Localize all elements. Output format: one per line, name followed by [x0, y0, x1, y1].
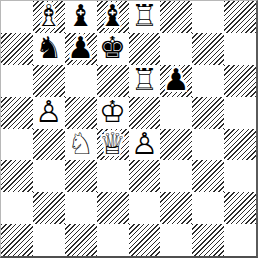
- square-h4[interactable]: [224, 129, 256, 161]
- piece-glyph: ♖: [129, 1, 161, 33]
- square-c5[interactable]: [65, 97, 97, 129]
- piece-glyph: ♗: [33, 1, 65, 33]
- square-e4[interactable]: ♟♙: [129, 129, 161, 161]
- square-e1[interactable]: [129, 224, 161, 256]
- square-a3[interactable]: [1, 160, 33, 192]
- square-e5[interactable]: [129, 97, 161, 129]
- piece-glyph: ♞: [33, 33, 65, 65]
- square-c6[interactable]: [65, 65, 97, 97]
- square-a1[interactable]: [1, 224, 33, 256]
- piece-glyph: ♙: [129, 129, 161, 161]
- square-c2[interactable]: [65, 192, 97, 224]
- black-king-d7[interactable]: ♚♚: [97, 33, 129, 65]
- square-e2[interactable]: [129, 192, 161, 224]
- white-queen-d4[interactable]: ♛♕: [97, 129, 129, 161]
- square-b4[interactable]: [33, 129, 65, 161]
- white-pawn-e4[interactable]: ♟♙: [129, 129, 161, 161]
- square-f1[interactable]: [160, 224, 192, 256]
- square-g7[interactable]: [192, 33, 224, 65]
- square-b3[interactable]: [33, 160, 65, 192]
- square-e7[interactable]: [129, 33, 161, 65]
- black-pawn-f6[interactable]: ♟♟: [160, 65, 192, 97]
- square-b5[interactable]: ♟♙: [33, 97, 65, 129]
- square-g2[interactable]: [192, 192, 224, 224]
- square-d5[interactable]: ♚♔: [97, 97, 129, 129]
- square-e8[interactable]: ♜♖: [129, 1, 161, 33]
- square-c4[interactable]: ♞♘: [65, 129, 97, 161]
- square-f7[interactable]: [160, 33, 192, 65]
- black-knight-b7[interactable]: ♞♞: [33, 33, 65, 65]
- piece-glyph: ♝: [97, 1, 129, 33]
- square-h5[interactable]: [224, 97, 256, 129]
- piece-glyph: ♚: [97, 33, 129, 65]
- square-f4[interactable]: [160, 129, 192, 161]
- square-d2[interactable]: [97, 192, 129, 224]
- square-g8[interactable]: [192, 1, 224, 33]
- square-d8[interactable]: ♝♝: [97, 1, 129, 33]
- square-e6[interactable]: ♜♖: [129, 65, 161, 97]
- piece-glyph: ♙: [33, 97, 65, 129]
- piece-glyph: ♖: [129, 65, 161, 97]
- black-bishop-c8[interactable]: ♝♝: [65, 1, 97, 33]
- square-e3[interactable]: [129, 160, 161, 192]
- square-f6[interactable]: ♟♟: [160, 65, 192, 97]
- white-king-d5[interactable]: ♚♔: [97, 97, 129, 129]
- white-knight-c4[interactable]: ♞♘: [65, 129, 97, 161]
- black-bishop-d8[interactable]: ♝♝: [97, 1, 129, 33]
- square-h8[interactable]: [224, 1, 256, 33]
- white-bishop-b8[interactable]: ♝♗: [33, 1, 65, 33]
- square-h2[interactable]: [224, 192, 256, 224]
- square-d3[interactable]: [97, 160, 129, 192]
- square-f5[interactable]: [160, 97, 192, 129]
- square-h6[interactable]: [224, 65, 256, 97]
- square-g1[interactable]: [192, 224, 224, 256]
- square-a4[interactable]: [1, 129, 33, 161]
- piece-glyph: ♟: [65, 33, 97, 65]
- square-c3[interactable]: [65, 160, 97, 192]
- square-b1[interactable]: [33, 224, 65, 256]
- square-g5[interactable]: [192, 97, 224, 129]
- square-f8[interactable]: [160, 1, 192, 33]
- square-b2[interactable]: [33, 192, 65, 224]
- square-b7[interactable]: ♞♞: [33, 33, 65, 65]
- piece-glyph: ♟: [160, 65, 192, 97]
- square-d6[interactable]: [97, 65, 129, 97]
- square-a5[interactable]: [1, 97, 33, 129]
- piece-glyph: ♘: [65, 129, 97, 161]
- square-g6[interactable]: [192, 65, 224, 97]
- square-b6[interactable]: [33, 65, 65, 97]
- chess-board: ♝♗♝♝♝♝♜♖♞♞♟♟♚♚♜♖♟♟♟♙♚♔♞♘♛♕♟♙: [0, 0, 258, 258]
- square-h3[interactable]: [224, 160, 256, 192]
- square-f3[interactable]: [160, 160, 192, 192]
- square-d7[interactable]: ♚♚: [97, 33, 129, 65]
- square-a6[interactable]: [1, 65, 33, 97]
- square-d4[interactable]: ♛♕: [97, 129, 129, 161]
- piece-glyph: ♝: [65, 1, 97, 33]
- white-rook-e8[interactable]: ♜♖: [129, 1, 161, 33]
- piece-glyph: ♕: [97, 129, 129, 161]
- square-a2[interactable]: [1, 192, 33, 224]
- square-h7[interactable]: [224, 33, 256, 65]
- square-c7[interactable]: ♟♟: [65, 33, 97, 65]
- square-g3[interactable]: [192, 160, 224, 192]
- square-a7[interactable]: [1, 33, 33, 65]
- white-rook-e6[interactable]: ♜♖: [129, 65, 161, 97]
- square-c1[interactable]: [65, 224, 97, 256]
- square-a8[interactable]: [1, 1, 33, 33]
- black-pawn-c7[interactable]: ♟♟: [65, 33, 97, 65]
- square-g4[interactable]: [192, 129, 224, 161]
- white-pawn-b5[interactable]: ♟♙: [33, 97, 65, 129]
- square-c8[interactable]: ♝♝: [65, 1, 97, 33]
- square-b8[interactable]: ♝♗: [33, 1, 65, 33]
- square-h1[interactable]: [224, 224, 256, 256]
- square-d1[interactable]: [97, 224, 129, 256]
- square-f2[interactable]: [160, 192, 192, 224]
- piece-glyph: ♔: [97, 97, 129, 129]
